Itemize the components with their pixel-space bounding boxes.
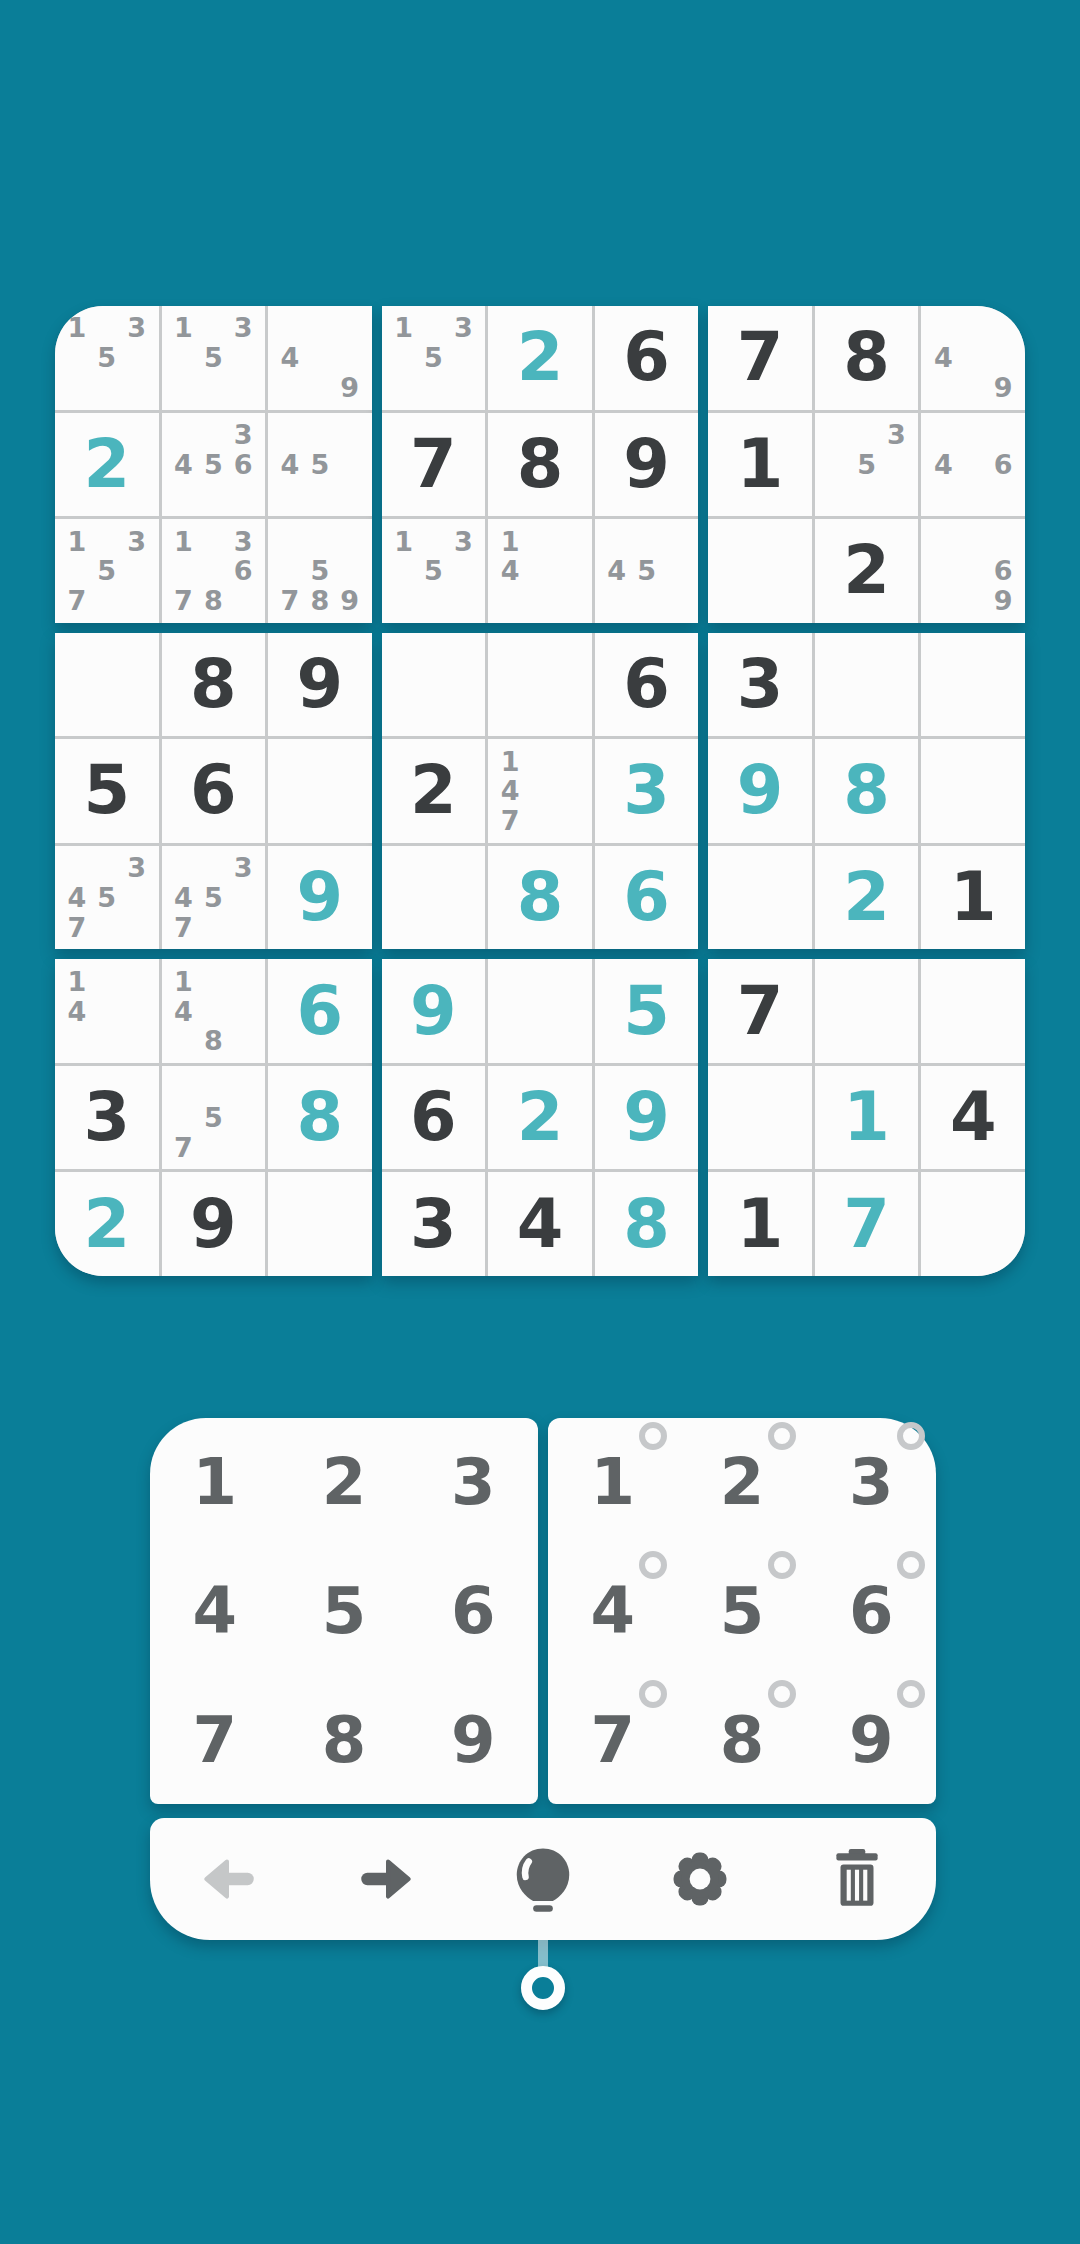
box-8: 95629348 xyxy=(382,959,699,1276)
given-digit: 6 xyxy=(190,757,237,824)
pencil-mark-4: 4 xyxy=(275,343,305,373)
given-digit: 1 xyxy=(950,864,997,931)
numpad-3[interactable]: 3 xyxy=(409,1418,538,1547)
cell-r3c1[interactable]: 1357 xyxy=(55,519,159,623)
given-digit: 6 xyxy=(410,1084,457,1151)
cell-r8c5[interactable]: 2 xyxy=(488,1066,592,1170)
given-digit: 2 xyxy=(843,537,890,604)
cell-r5c2[interactable]: 6 xyxy=(162,739,266,843)
cell-r4c4[interactable] xyxy=(382,633,486,737)
pencil-mark-4: 4 xyxy=(928,343,958,373)
pencil-mark-4: 4 xyxy=(928,449,958,479)
given-digit: 6 xyxy=(623,651,670,718)
numpad-5[interactable]: 5 xyxy=(279,1547,408,1676)
pencil-mark-8: 8 xyxy=(305,586,335,616)
entered-digit: 6 xyxy=(297,978,344,1045)
pencil-mark-7: 7 xyxy=(169,1133,199,1163)
box-7: 141486357829 xyxy=(55,959,372,1276)
cell-r4c6[interactable]: 6 xyxy=(595,633,699,737)
pencil-ring-icon xyxy=(639,1551,667,1579)
given-digit: 2 xyxy=(410,757,457,824)
pencil-mark-5: 5 xyxy=(632,556,662,586)
pencil-mark-4: 4 xyxy=(169,996,199,1026)
pencil-mark-6: 6 xyxy=(988,449,1018,479)
given-digit: 7 xyxy=(737,324,784,391)
entered-digit: 1 xyxy=(843,1084,890,1151)
pencil-notes: 135 xyxy=(389,313,479,403)
cell-r8c2[interactable]: 57 xyxy=(162,1066,266,1170)
numpad-1[interactable]: 1 xyxy=(150,1418,279,1547)
pencil-mark-9: 9 xyxy=(335,373,365,403)
cell-r1c5[interactable]: 2 xyxy=(488,306,592,410)
cell-r1c7[interactable]: 7 xyxy=(708,306,812,410)
numpad-7[interactable]: 7 xyxy=(150,1675,279,1804)
cell-r7c2[interactable]: 148 xyxy=(162,959,266,1063)
pencil-mark-5: 5 xyxy=(852,449,882,479)
entered-digit: 5 xyxy=(623,978,670,1045)
pencil-mark-1: 1 xyxy=(169,526,199,556)
box-9: 71417 xyxy=(708,959,1025,1276)
given-digit: 4 xyxy=(950,1084,997,1151)
number-pad: 123456789 xyxy=(150,1418,538,1804)
pencil-ring-icon xyxy=(768,1680,796,1708)
given-digit: 8 xyxy=(517,431,564,498)
cell-r2c4[interactable]: 7 xyxy=(382,413,486,517)
notepad-5[interactable]: 5 xyxy=(677,1547,806,1676)
cell-r1c2[interactable]: 135 xyxy=(162,306,266,410)
pencil-mark-7: 7 xyxy=(275,586,305,616)
cell-r1c1[interactable]: 135 xyxy=(55,306,159,410)
cell-r8c8[interactable]: 1 xyxy=(815,1066,919,1170)
cell-r9c3[interactable] xyxy=(268,1172,372,1276)
given-digit: 3 xyxy=(410,1191,457,1258)
cell-r4c7[interactable]: 3 xyxy=(708,633,812,737)
pencil-mark-1: 1 xyxy=(62,313,92,343)
cell-r9c8[interactable]: 7 xyxy=(815,1172,919,1276)
pencil-notes: 148 xyxy=(169,966,259,1056)
pencil-mark-7: 7 xyxy=(169,586,199,616)
given-digit: 9 xyxy=(190,1191,237,1258)
cell-r9c7[interactable]: 1 xyxy=(708,1172,812,1276)
pencil-mark-9: 9 xyxy=(988,586,1018,616)
pencil-notes: 135 xyxy=(389,526,479,616)
cell-r1c8[interactable]: 8 xyxy=(815,306,919,410)
pencil-mark-7: 7 xyxy=(62,586,92,616)
pencil-mark-3: 3 xyxy=(228,313,258,343)
entered-digit: 9 xyxy=(737,757,784,824)
cell-r4c2[interactable]: 8 xyxy=(162,633,266,737)
cell-r7c5[interactable] xyxy=(488,959,592,1063)
settings-button[interactable] xyxy=(640,1818,760,1940)
pencil-ring-icon xyxy=(897,1422,925,1450)
pencil-mark-3: 3 xyxy=(448,313,478,343)
given-digit: 9 xyxy=(623,431,670,498)
pencil-mark-5: 5 xyxy=(198,449,228,479)
cell-r2c8[interactable]: 35 xyxy=(815,413,919,517)
pencil-mark-5: 5 xyxy=(305,556,335,586)
pencil-mark-6: 6 xyxy=(988,556,1018,586)
cell-r5c4[interactable]: 2 xyxy=(382,739,486,843)
given-digit: 8 xyxy=(843,324,890,391)
pencil-mark-5: 5 xyxy=(198,343,228,373)
cell-r8c6[interactable]: 9 xyxy=(595,1066,699,1170)
cell-r2c6[interactable]: 9 xyxy=(595,413,699,517)
box-4: 8956345734579 xyxy=(55,633,372,950)
pencil-mark-7: 7 xyxy=(62,912,92,942)
cell-r3c9[interactable]: 69 xyxy=(921,519,1025,623)
cell-r2c1[interactable]: 2 xyxy=(55,413,159,517)
pencil-mark-8: 8 xyxy=(198,586,228,616)
gear-icon xyxy=(666,1845,734,1913)
pencil-mark-5: 5 xyxy=(198,1103,228,1133)
given-digit: 8 xyxy=(190,651,237,718)
pencil-mark-4: 4 xyxy=(62,883,92,913)
entered-digit: 8 xyxy=(623,1191,670,1258)
pencil-notes: 13678 xyxy=(169,526,259,616)
cell-r2c3[interactable]: 45 xyxy=(268,413,372,517)
redo-button[interactable] xyxy=(326,1818,446,1940)
pencil-mark-1: 1 xyxy=(169,313,199,343)
cell-r7c8[interactable] xyxy=(815,959,919,1063)
cell-r1c9[interactable]: 49 xyxy=(921,306,1025,410)
cell-r6c8[interactable]: 2 xyxy=(815,846,919,950)
notepad-8[interactable]: 8 xyxy=(677,1675,806,1804)
pencil-mark-8: 8 xyxy=(198,1026,228,1056)
cell-r6c7[interactable] xyxy=(708,846,812,950)
pencil-mark-6: 6 xyxy=(228,449,258,479)
cell-r7c4[interactable]: 9 xyxy=(382,959,486,1063)
cell-r3c5[interactable]: 14 xyxy=(488,519,592,623)
given-digit: 9 xyxy=(297,651,344,718)
pencil-mark-6: 6 xyxy=(228,556,258,586)
pencil-mark-9: 9 xyxy=(988,373,1018,403)
pencil-mark-5: 5 xyxy=(198,883,228,913)
pencil-mark-5: 5 xyxy=(92,556,122,586)
cell-r5c6[interactable]: 3 xyxy=(595,739,699,843)
pencil-mark-3: 3 xyxy=(228,853,258,883)
cell-r6c4[interactable] xyxy=(382,846,486,950)
cell-r7c1[interactable]: 14 xyxy=(55,959,159,1063)
undo-button[interactable] xyxy=(169,1818,289,1940)
undo-arrow-icon xyxy=(196,1846,262,1912)
entered-digit: 9 xyxy=(410,978,457,1045)
pencil-mark-1: 1 xyxy=(389,313,419,343)
cell-r9c4[interactable]: 3 xyxy=(382,1172,486,1276)
pencil-mark-1: 1 xyxy=(169,966,199,996)
pencil-notes: 3457 xyxy=(169,853,259,943)
given-digit: 7 xyxy=(737,978,784,1045)
pencil-mark-9: 9 xyxy=(335,586,365,616)
cell-r4c1[interactable] xyxy=(55,633,159,737)
pencil-mark-7: 7 xyxy=(495,806,525,836)
pencil-notes: 14 xyxy=(495,526,585,616)
cell-r7c3[interactable]: 6 xyxy=(268,959,372,1063)
pencil-mark-3: 3 xyxy=(882,420,912,450)
cell-r8c3[interactable]: 8 xyxy=(268,1066,372,1170)
pencil-mark-5: 5 xyxy=(92,883,122,913)
notepad-3[interactable]: 3 xyxy=(807,1418,936,1547)
box-5: 62147386 xyxy=(382,633,699,950)
entered-digit: 2 xyxy=(517,324,564,391)
notepad-7[interactable]: 7 xyxy=(548,1675,677,1804)
cell-r2c2[interactable]: 3456 xyxy=(162,413,266,517)
trash-icon xyxy=(824,1846,890,1912)
given-digit: 3 xyxy=(737,651,784,718)
given-digit: 7 xyxy=(410,431,457,498)
cell-r1c6[interactable]: 6 xyxy=(595,306,699,410)
cell-r6c9[interactable]: 1 xyxy=(921,846,1025,950)
pencil-ring-icon xyxy=(639,1422,667,1450)
entered-digit: 9 xyxy=(297,864,344,931)
hint-button[interactable] xyxy=(483,1818,603,1940)
entered-digit: 8 xyxy=(843,757,890,824)
pencil-ring-icon xyxy=(897,1551,925,1579)
cell-r8c7[interactable] xyxy=(708,1066,812,1170)
entered-digit: 2 xyxy=(517,1084,564,1151)
cell-r3c6[interactable]: 45 xyxy=(595,519,699,623)
cell-r5c5[interactable]: 147 xyxy=(488,739,592,843)
pencil-notes: 147 xyxy=(495,746,585,836)
pencil-mark-7: 7 xyxy=(169,912,199,942)
notepad-4[interactable]: 4 xyxy=(548,1547,677,1676)
cell-r4c5[interactable] xyxy=(488,633,592,737)
cell-r3c3[interactable]: 5789 xyxy=(268,519,372,623)
pencil-notes: 49 xyxy=(275,313,365,403)
pencil-mark-3: 3 xyxy=(122,313,152,343)
pencil-mark-4: 4 xyxy=(62,996,92,1026)
entered-digit: 9 xyxy=(623,1084,670,1151)
cell-r1c4[interactable]: 135 xyxy=(382,306,486,410)
cell-r6c2[interactable]: 3457 xyxy=(162,846,266,950)
pencil-mark-1: 1 xyxy=(62,966,92,996)
cell-r9c9[interactable] xyxy=(921,1172,1025,1276)
pencil-mark-4: 4 xyxy=(169,449,199,479)
sudoku-board: 1351354923456451357136785789135267891351… xyxy=(55,306,1025,1276)
pencil-mark-5: 5 xyxy=(419,343,449,373)
pencil-notes: 135 xyxy=(62,313,152,403)
pencil-note-pad: 123456789 xyxy=(548,1418,936,1804)
cell-r1c3[interactable]: 49 xyxy=(268,306,372,410)
pencil-ring-icon xyxy=(639,1680,667,1708)
sudoku-app-screen: 1351354923456451357136785789135267891351… xyxy=(0,0,1080,2244)
box-3: 784913546269 xyxy=(708,306,1025,623)
pencil-ring-icon xyxy=(768,1422,796,1450)
pencil-notes: 35 xyxy=(822,420,912,510)
cell-r9c6[interactable]: 8 xyxy=(595,1172,699,1276)
pencil-mark-1: 1 xyxy=(62,526,92,556)
pencil-notes: 49 xyxy=(928,313,1018,403)
cell-r9c1[interactable]: 2 xyxy=(55,1172,159,1276)
pencil-notes: 69 xyxy=(928,526,1018,616)
cell-r7c6[interactable]: 5 xyxy=(595,959,699,1063)
entered-digit: 3 xyxy=(623,757,670,824)
pencil-mark-3: 3 xyxy=(448,526,478,556)
pencil-ring-icon xyxy=(897,1680,925,1708)
cell-r2c5[interactable]: 8 xyxy=(488,413,592,517)
pencil-notes: 5789 xyxy=(275,526,365,616)
cell-r3c2[interactable]: 13678 xyxy=(162,519,266,623)
entered-digit: 2 xyxy=(843,864,890,931)
pencil-mark-5: 5 xyxy=(92,343,122,373)
entered-digit: 2 xyxy=(83,431,130,498)
cell-r7c7[interactable]: 7 xyxy=(708,959,812,1063)
pencil-mark-3: 3 xyxy=(122,526,152,556)
pencil-mark-5: 5 xyxy=(419,556,449,586)
pencil-mark-3: 3 xyxy=(228,420,258,450)
cell-r8c1[interactable]: 3 xyxy=(55,1066,159,1170)
numpad-2[interactable]: 2 xyxy=(279,1418,408,1547)
cell-r5c7[interactable]: 9 xyxy=(708,739,812,843)
cell-r3c7[interactable] xyxy=(708,519,812,623)
pencil-mark-4: 4 xyxy=(495,776,525,806)
pencil-notes: 3457 xyxy=(62,853,152,943)
delete-button[interactable] xyxy=(797,1818,917,1940)
given-digit: 5 xyxy=(83,757,130,824)
numpad-4[interactable]: 4 xyxy=(150,1547,279,1676)
pencil-mark-1: 1 xyxy=(495,526,525,556)
pencil-notes: 14 xyxy=(62,966,152,1056)
cell-r9c2[interactable]: 9 xyxy=(162,1172,266,1276)
redo-arrow-icon xyxy=(353,1846,419,1912)
numpad-6[interactable]: 6 xyxy=(409,1547,538,1676)
pencil-notes: 3456 xyxy=(169,420,259,510)
cell-r6c3[interactable]: 9 xyxy=(268,846,372,950)
cell-r9c5[interactable]: 4 xyxy=(488,1172,592,1276)
pencil-mark-3: 3 xyxy=(228,526,258,556)
cell-r2c9[interactable]: 46 xyxy=(921,413,1025,517)
pencil-mark-4: 4 xyxy=(169,883,199,913)
entered-digit: 8 xyxy=(297,1084,344,1151)
entered-digit: 2 xyxy=(83,1191,130,1258)
pencil-notes: 135 xyxy=(169,313,259,403)
pencil-mark-5: 5 xyxy=(305,449,335,479)
pencil-mark-3: 3 xyxy=(122,853,152,883)
numpad-8[interactable]: 8 xyxy=(279,1675,408,1804)
pencil-ring-icon xyxy=(768,1551,796,1579)
given-digit: 1 xyxy=(737,431,784,498)
pencil-mark-4: 4 xyxy=(495,556,525,586)
entered-digit: 7 xyxy=(843,1191,890,1258)
cell-r5c9[interactable] xyxy=(921,739,1025,843)
cell-r4c9[interactable] xyxy=(921,633,1025,737)
box-1: 1351354923456451357136785789 xyxy=(55,306,372,623)
cell-r3c8[interactable]: 2 xyxy=(815,519,919,623)
entered-digit: 8 xyxy=(517,864,564,931)
box-6: 39821 xyxy=(708,633,1025,950)
notepad-2[interactable]: 2 xyxy=(677,1418,806,1547)
cell-r8c4[interactable]: 6 xyxy=(382,1066,486,1170)
pencil-notes: 57 xyxy=(169,1073,259,1163)
notepad-6[interactable]: 6 xyxy=(807,1547,936,1676)
toolbar xyxy=(150,1818,936,1940)
given-digit: 4 xyxy=(517,1191,564,1258)
cell-r6c6[interactable]: 6 xyxy=(595,846,699,950)
cell-r2c7[interactable]: 1 xyxy=(708,413,812,517)
given-digit: 6 xyxy=(623,324,670,391)
drag-handle[interactable] xyxy=(521,1966,565,2010)
cell-r3c4[interactable]: 135 xyxy=(382,519,486,623)
given-digit: 3 xyxy=(83,1084,130,1151)
notepad-1[interactable]: 1 xyxy=(548,1418,677,1547)
entered-digit: 6 xyxy=(623,864,670,931)
cell-r7c9[interactable] xyxy=(921,959,1025,1063)
pencil-mark-4: 4 xyxy=(275,449,305,479)
pencil-notes: 45 xyxy=(602,526,692,616)
numpad-9[interactable]: 9 xyxy=(409,1675,538,1804)
cell-r6c1[interactable]: 3457 xyxy=(55,846,159,950)
lightbulb-icon xyxy=(508,1844,578,1914)
cell-r4c3[interactable]: 9 xyxy=(268,633,372,737)
box-2: 135267891351445 xyxy=(382,306,699,623)
pencil-mark-4: 4 xyxy=(602,556,632,586)
cell-r6c5[interactable]: 8 xyxy=(488,846,592,950)
cell-r8c9[interactable]: 4 xyxy=(921,1066,1025,1170)
given-digit: 1 xyxy=(737,1191,784,1258)
cell-r5c3[interactable] xyxy=(268,739,372,843)
cell-r5c1[interactable]: 5 xyxy=(55,739,159,843)
pencil-notes: 45 xyxy=(275,420,365,510)
pencil-notes: 1357 xyxy=(62,526,152,616)
pencil-notes: 46 xyxy=(928,420,1018,510)
notepad-9[interactable]: 9 xyxy=(807,1675,936,1804)
cell-r4c8[interactable] xyxy=(815,633,919,737)
pencil-mark-1: 1 xyxy=(389,526,419,556)
pencil-mark-1: 1 xyxy=(495,746,525,776)
cell-r5c8[interactable]: 8 xyxy=(815,739,919,843)
